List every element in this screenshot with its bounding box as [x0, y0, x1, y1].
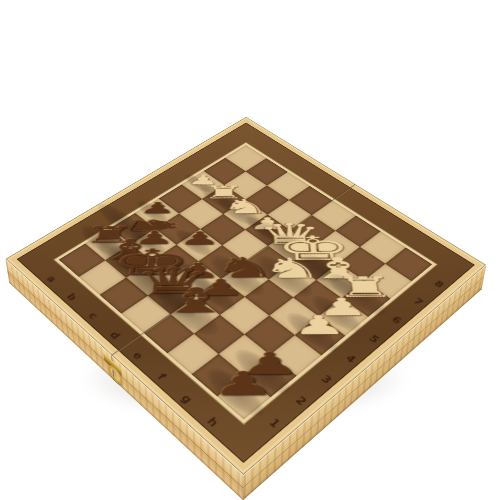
product-photo-scene: abcdefgh87654321 ♟♜♞♟♛♚♝♜♞♟♟♟♞♜♟♝♟♚♟♛♞♟♝…: [0, 0, 500, 500]
pawn-icon: ♟: [163, 367, 324, 400]
pieces-layer: ♟♜♞♟♛♚♝♜♞♟♟♟♞♜♟♝♟♚♟♛♞♟♝♟♟: [246, 117, 486, 265]
bishop-icon: ♝: [121, 283, 269, 317]
